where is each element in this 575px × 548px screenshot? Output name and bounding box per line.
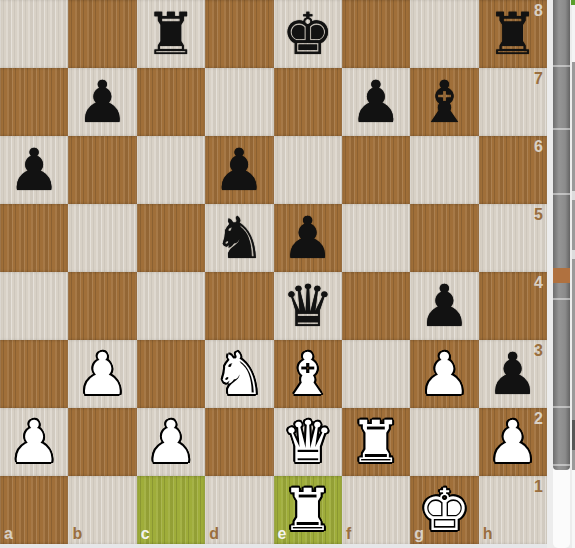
file-label-h: h [483,525,493,543]
scrollbar-orange-marker [553,268,570,283]
square-c4[interactable] [137,272,205,340]
square-d5[interactable]: ♞ [205,204,273,272]
file-label-b: b [72,525,82,543]
right-panel-strip [547,0,575,548]
chess-app-window: ♜♚8♜♟♟♝7♟♟6♞♟5♛♟4♟♞♝♟3♟♟♟♛♜2♟abcde♜fg♚h1 [0,0,575,548]
file-label-g: g [414,525,424,543]
piece-black-queen[interactable]: ♛ [274,272,342,340]
square-a3[interactable] [0,340,68,408]
square-a8[interactable] [0,0,68,68]
piece-black-pawn[interactable]: ♟ [342,68,410,136]
square-b1[interactable]: b [68,476,136,544]
square-e5[interactable]: ♟ [274,204,342,272]
square-d4[interactable] [205,272,273,340]
piece-white-queen[interactable]: ♛ [274,408,342,476]
piece-white-pawn[interactable]: ♟ [68,340,136,408]
square-f3[interactable] [342,340,410,408]
square-d7[interactable] [205,68,273,136]
file-label-d: d [209,525,219,543]
square-b7[interactable]: ♟ [68,68,136,136]
square-d3[interactable]: ♞ [205,340,273,408]
square-e6[interactable] [274,136,342,204]
scrollbar-thumb-divider [553,298,570,300]
square-h7[interactable]: 7 [479,68,547,136]
scrollbar-thumb-divider [553,406,570,408]
square-h1[interactable]: h1 [479,476,547,544]
square-g6[interactable] [410,136,478,204]
square-a6[interactable]: ♟ [0,136,68,204]
square-c1[interactable]: c [137,476,205,544]
square-g4[interactable]: ♟ [410,272,478,340]
piece-white-knight[interactable]: ♞ [205,340,273,408]
file-label-c: c [141,525,150,543]
square-h3[interactable]: 3♟ [479,340,547,408]
square-g5[interactable] [410,204,478,272]
square-e1[interactable]: e♜ [274,476,342,544]
square-c8[interactable]: ♜ [137,0,205,68]
square-b5[interactable] [68,204,136,272]
square-f7[interactable]: ♟ [342,68,410,136]
square-c7[interactable] [137,68,205,136]
scrollbar-thumb-divider [553,193,570,195]
piece-black-pawn[interactable]: ♟ [205,136,273,204]
square-g8[interactable] [410,0,478,68]
rank-label-7: 7 [534,70,543,88]
rank-label-4: 4 [534,274,543,292]
corner-accent [571,0,575,5]
piece-white-pawn[interactable]: ♟ [137,408,205,476]
square-b3[interactable]: ♟ [68,340,136,408]
square-h6[interactable]: 6 [479,136,547,204]
square-g3[interactable]: ♟ [410,340,478,408]
square-b6[interactable] [68,136,136,204]
square-a1[interactable]: a [0,476,68,544]
square-e3[interactable]: ♝ [274,340,342,408]
square-c6[interactable] [137,136,205,204]
square-f6[interactable] [342,136,410,204]
square-a5[interactable] [0,204,68,272]
square-e2[interactable]: ♛ [274,408,342,476]
piece-white-pawn[interactable]: ♟ [0,408,68,476]
piece-white-bishop[interactable]: ♝ [274,340,342,408]
square-f8[interactable] [342,0,410,68]
file-label-f: f [346,525,351,543]
piece-white-pawn[interactable]: ♟ [410,340,478,408]
file-label-e: e [278,525,287,543]
square-b8[interactable] [68,0,136,68]
square-e7[interactable] [274,68,342,136]
board-bottom-gap [0,544,547,548]
square-c5[interactable] [137,204,205,272]
square-f4[interactable] [342,272,410,340]
piece-black-king[interactable]: ♚ [274,0,342,68]
square-b4[interactable] [68,272,136,340]
piece-black-pawn[interactable]: ♟ [68,68,136,136]
square-d6[interactable]: ♟ [205,136,273,204]
square-e4[interactable]: ♛ [274,272,342,340]
square-a4[interactable] [0,272,68,340]
square-f1[interactable]: f [342,476,410,544]
file-label-a: a [4,525,13,543]
chess-board: ♜♚8♜♟♟♝7♟♟6♞♟5♛♟4♟♞♝♟3♟♟♟♛♜2♟abcde♜fg♚h1 [0,0,547,544]
square-d2[interactable] [205,408,273,476]
square-c3[interactable] [137,340,205,408]
square-h4[interactable]: 4 [479,272,547,340]
square-d1[interactable]: d [205,476,273,544]
piece-black-pawn[interactable]: ♟ [0,136,68,204]
scrollbar-thumb-divider [553,464,570,466]
square-h8[interactable]: 8♜ [479,0,547,68]
rank-label-8: 8 [534,2,543,20]
rank-label-2: 2 [534,410,543,428]
rank-label-6: 6 [534,138,543,156]
square-d8[interactable] [205,0,273,68]
piece-black-pawn[interactable]: ♟ [274,204,342,272]
rank-label-1: 1 [534,478,543,496]
piece-white-rook[interactable]: ♜ [342,408,410,476]
scrollbar-thumb[interactable] [553,0,570,470]
piece-black-bishop[interactable]: ♝ [410,68,478,136]
square-a7[interactable] [0,68,68,136]
square-a2[interactable]: ♟ [0,408,68,476]
square-c2[interactable]: ♟ [137,408,205,476]
square-b2[interactable] [68,408,136,476]
square-e8[interactable]: ♚ [274,0,342,68]
rank-label-3: 3 [534,342,543,360]
piece-black-pawn[interactable]: ♟ [410,272,478,340]
square-f2[interactable]: ♜ [342,408,410,476]
square-g1[interactable]: g♚ [410,476,478,544]
square-f5[interactable] [342,204,410,272]
square-h5[interactable]: 5 [479,204,547,272]
scrollbar-thumb-divider [553,65,570,67]
scrollbar-thumb-divider [553,128,570,130]
piece-black-rook[interactable]: ♜ [137,0,205,68]
piece-black-knight[interactable]: ♞ [205,204,273,272]
square-h2[interactable]: 2♟ [479,408,547,476]
square-g7[interactable]: ♝ [410,68,478,136]
rank-label-5: 5 [534,206,543,224]
square-g2[interactable] [410,408,478,476]
